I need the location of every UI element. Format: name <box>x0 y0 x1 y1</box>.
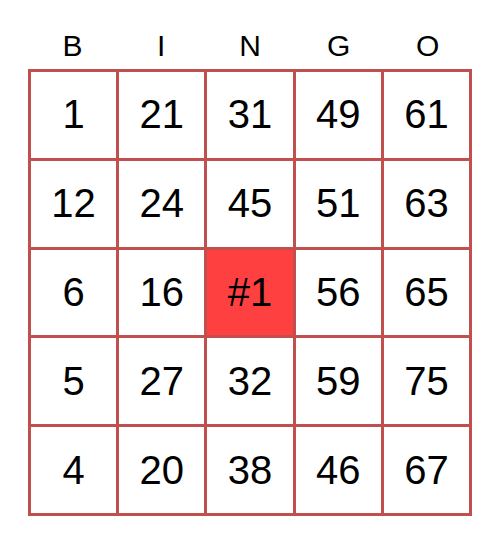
bingo-card: B I N G O 1 21 31 49 61 12 24 45 51 63 6… <box>0 0 501 544</box>
cell-r2c3[interactable]: 56 <box>296 250 381 336</box>
cell-r3c0[interactable]: 5 <box>31 338 116 424</box>
header-letter-n: N <box>206 26 295 66</box>
cell-r1c2[interactable]: 45 <box>207 161 292 247</box>
cell-r3c4[interactable]: 75 <box>384 338 469 424</box>
cell-r0c1[interactable]: 21 <box>119 72 204 158</box>
cell-r1c1[interactable]: 24 <box>119 161 204 247</box>
cell-r4c1[interactable]: 20 <box>119 427 204 513</box>
header-letter-o: O <box>383 26 472 66</box>
cell-r1c0[interactable]: 12 <box>31 161 116 247</box>
bingo-grid: 1 21 31 49 61 12 24 45 51 63 6 16 #1 56 … <box>28 69 472 516</box>
cell-r0c2[interactable]: 31 <box>207 72 292 158</box>
cell-r3c2[interactable]: 32 <box>207 338 292 424</box>
cell-r0c4[interactable]: 61 <box>384 72 469 158</box>
cell-r2c0[interactable]: 6 <box>31 250 116 336</box>
cell-r4c0[interactable]: 4 <box>31 427 116 513</box>
cell-r4c2[interactable]: 38 <box>207 427 292 513</box>
cell-r2c2-free-space[interactable]: #1 <box>207 250 292 336</box>
cell-r2c1[interactable]: 16 <box>119 250 204 336</box>
cell-r3c1[interactable]: 27 <box>119 338 204 424</box>
bingo-header: B I N G O <box>28 26 472 66</box>
cell-r0c3[interactable]: 49 <box>296 72 381 158</box>
cell-r1c3[interactable]: 51 <box>296 161 381 247</box>
cell-r1c4[interactable]: 63 <box>384 161 469 247</box>
cell-r3c3[interactable]: 59 <box>296 338 381 424</box>
header-letter-i: I <box>117 26 206 66</box>
cell-r2c4[interactable]: 65 <box>384 250 469 336</box>
cell-r4c4[interactable]: 67 <box>384 427 469 513</box>
header-letter-b: B <box>28 26 117 66</box>
cell-r0c0[interactable]: 1 <box>31 72 116 158</box>
cell-r4c3[interactable]: 46 <box>296 427 381 513</box>
header-letter-g: G <box>294 26 383 66</box>
